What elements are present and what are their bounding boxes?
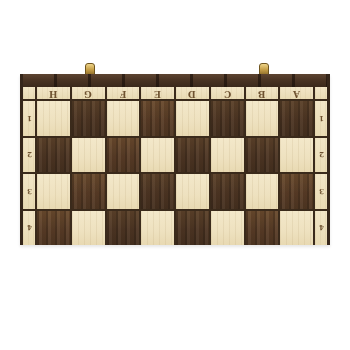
square-g4 (72, 211, 105, 246)
square-f4 (107, 211, 140, 246)
square-h3 (37, 174, 70, 209)
square-c4 (211, 211, 244, 246)
board-frame-top (23, 74, 327, 87)
square-a1 (280, 101, 313, 136)
file-label-c-text: C (224, 89, 231, 98)
square-c2 (211, 138, 244, 173)
rank-label-right-3: 3 (315, 174, 327, 209)
square-h1 (37, 101, 70, 136)
square-e4 (141, 211, 174, 246)
rank-label-left-4-text: 4 (27, 224, 32, 231)
square-b4 (246, 211, 279, 246)
square-b1 (246, 101, 279, 136)
rank-label-left-2: 2 (23, 138, 35, 173)
file-label-f-text: F (120, 89, 126, 98)
rank-label-right-1-text: 1 (319, 115, 324, 122)
board-box: HGFEDCBA11223344 (20, 74, 330, 245)
product-photo: HGFEDCBA11223344 (0, 0, 350, 350)
file-label-c: C (211, 87, 244, 99)
rank-label-left-3-text: 3 (27, 188, 32, 195)
file-label-e-text: E (154, 89, 161, 98)
square-a4 (280, 211, 313, 246)
rank-label-left-1-text: 1 (27, 115, 32, 122)
square-a2 (280, 138, 313, 173)
square-g1 (72, 101, 105, 136)
rank-label-right-1: 1 (315, 101, 327, 136)
file-label-b-text: B (258, 89, 266, 98)
square-a3 (280, 174, 313, 209)
square-b2 (246, 138, 279, 173)
file-label-a-text: A (293, 89, 300, 98)
rank-label-left-3: 3 (23, 174, 35, 209)
chess-board: HGFEDCBA11223344 (20, 63, 330, 245)
square-f1 (107, 101, 140, 136)
board-grid: HGFEDCBA11223344 (23, 87, 327, 245)
square-c3 (211, 174, 244, 209)
rank-label-right-4-text: 4 (319, 224, 324, 231)
file-label-g: G (72, 87, 105, 99)
rank-label-right-2: 2 (315, 138, 327, 173)
file-label-a: A (280, 87, 313, 99)
square-e3 (141, 174, 174, 209)
file-label-h: H (37, 87, 70, 99)
corner-cell-left (23, 87, 35, 99)
rank-label-left-4: 4 (23, 211, 35, 246)
file-label-e: E (141, 87, 174, 99)
square-g3 (72, 174, 105, 209)
square-f2 (107, 138, 140, 173)
square-g2 (72, 138, 105, 173)
file-label-d: D (176, 87, 209, 99)
square-d1 (176, 101, 209, 136)
file-label-h-text: H (49, 89, 58, 98)
square-d4 (176, 211, 209, 246)
file-label-f: F (107, 87, 140, 99)
square-d3 (176, 174, 209, 209)
file-label-b: B (246, 87, 279, 99)
rank-label-right-4: 4 (315, 211, 327, 246)
corner-cell-right (315, 87, 327, 99)
square-h4 (37, 211, 70, 246)
square-e2 (141, 138, 174, 173)
square-h2 (37, 138, 70, 173)
rank-label-right-3-text: 3 (319, 188, 324, 195)
file-label-d-text: D (188, 89, 196, 98)
square-d2 (176, 138, 209, 173)
rank-label-left-1: 1 (23, 101, 35, 136)
square-f3 (107, 174, 140, 209)
square-b3 (246, 174, 279, 209)
square-c1 (211, 101, 244, 136)
rank-label-left-2-text: 2 (27, 151, 32, 158)
square-e1 (141, 101, 174, 136)
rank-label-right-2-text: 2 (319, 151, 324, 158)
file-label-g-text: G (84, 89, 92, 98)
